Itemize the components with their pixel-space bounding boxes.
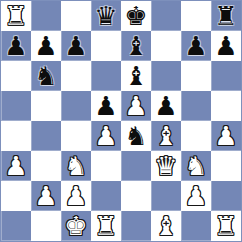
square-g5[interactable]: [181, 91, 211, 121]
square-a5[interactable]: [1, 91, 31, 121]
square-e8[interactable]: ♚: [121, 1, 151, 31]
square-h8[interactable]: ♜: [211, 1, 241, 31]
square-g8[interactable]: [181, 1, 211, 31]
black-king[interactable]: ♚: [124, 1, 147, 31]
white-pawn[interactable]: ♟: [184, 181, 207, 211]
square-b7[interactable]: ♟: [31, 31, 61, 61]
square-g2[interactable]: ♟: [181, 181, 211, 211]
black-knight[interactable]: ♞: [34, 61, 57, 91]
white-rook[interactable]: ♜: [214, 211, 237, 241]
square-f1[interactable]: ♝: [151, 211, 181, 241]
black-pawn[interactable]: ♟: [214, 31, 237, 61]
square-d4[interactable]: ♟: [91, 121, 121, 151]
chess-board-widget: ♜♛♚♜♟♟♟♝♟♟♞♝♟♟♟♟♞♝♟♟♞♛♞♟♟♟♚♜♝♜: [0, 0, 242, 242]
white-pawn[interactable]: ♟: [64, 181, 87, 211]
square-a2[interactable]: [1, 181, 31, 211]
square-f3[interactable]: ♛: [151, 151, 181, 181]
black-bishop[interactable]: ♝: [124, 61, 147, 91]
black-queen[interactable]: ♛: [94, 1, 117, 31]
square-c3[interactable]: ♞: [61, 151, 91, 181]
square-f4[interactable]: ♝: [151, 121, 181, 151]
black-pawn[interactable]: ♟: [184, 31, 207, 61]
square-h6[interactable]: [211, 61, 241, 91]
square-g4[interactable]: [181, 121, 211, 151]
black-knight[interactable]: ♞: [124, 121, 147, 151]
square-h4[interactable]: ♟: [211, 121, 241, 151]
square-a4[interactable]: [1, 121, 31, 151]
white-pawn[interactable]: ♟: [4, 151, 27, 181]
black-pawn[interactable]: ♟: [154, 91, 177, 121]
square-b6[interactable]: ♞: [31, 61, 61, 91]
square-c2[interactable]: ♟: [61, 181, 91, 211]
square-d1[interactable]: ♜: [91, 211, 121, 241]
white-pawn[interactable]: ♟: [94, 121, 117, 151]
square-h3[interactable]: [211, 151, 241, 181]
square-h5[interactable]: [211, 91, 241, 121]
square-g7[interactable]: ♟: [181, 31, 211, 61]
square-a6[interactable]: [1, 61, 31, 91]
square-d2[interactable]: [91, 181, 121, 211]
square-h1[interactable]: ♜: [211, 211, 241, 241]
square-f2[interactable]: [151, 181, 181, 211]
square-c7[interactable]: ♟: [61, 31, 91, 61]
square-c4[interactable]: [61, 121, 91, 151]
square-b3[interactable]: [31, 151, 61, 181]
white-pawn[interactable]: ♟: [34, 181, 57, 211]
white-knight[interactable]: ♞: [184, 151, 207, 181]
square-a1[interactable]: [1, 211, 31, 241]
square-e3[interactable]: [121, 151, 151, 181]
square-b5[interactable]: [31, 91, 61, 121]
square-e2[interactable]: [121, 181, 151, 211]
square-g3[interactable]: ♞: [181, 151, 211, 181]
square-g6[interactable]: [181, 61, 211, 91]
square-e6[interactable]: ♝: [121, 61, 151, 91]
white-pawn[interactable]: ♟: [124, 91, 147, 121]
black-bishop[interactable]: ♝: [124, 31, 147, 61]
square-f8[interactable]: [151, 1, 181, 31]
square-c5[interactable]: [61, 91, 91, 121]
square-d8[interactable]: ♛: [91, 1, 121, 31]
square-b4[interactable]: [31, 121, 61, 151]
white-pawn[interactable]: ♟: [214, 121, 237, 151]
square-f5[interactable]: ♟: [151, 91, 181, 121]
square-e5[interactable]: ♟: [121, 91, 151, 121]
black-pawn[interactable]: ♟: [34, 31, 57, 61]
square-f7[interactable]: [151, 31, 181, 61]
square-e7[interactable]: ♝: [121, 31, 151, 61]
white-king[interactable]: ♚: [64, 211, 87, 241]
black-rook[interactable]: ♜: [214, 1, 237, 31]
square-a7[interactable]: ♟: [1, 31, 31, 61]
white-rook[interactable]: ♜: [94, 211, 117, 241]
white-queen[interactable]: ♛: [154, 151, 177, 181]
square-b8[interactable]: [31, 1, 61, 31]
square-c8[interactable]: [61, 1, 91, 31]
square-h2[interactable]: [211, 181, 241, 211]
square-d3[interactable]: [91, 151, 121, 181]
white-rook[interactable]: ♜: [4, 1, 27, 31]
square-e4[interactable]: ♞: [121, 121, 151, 151]
square-a3[interactable]: ♟: [1, 151, 31, 181]
square-a8[interactable]: ♜: [1, 1, 31, 31]
white-bishop[interactable]: ♝: [154, 121, 177, 151]
square-g1[interactable]: [181, 211, 211, 241]
black-pawn[interactable]: ♟: [94, 91, 117, 121]
square-c1[interactable]: ♚: [61, 211, 91, 241]
square-c6[interactable]: [61, 61, 91, 91]
square-d6[interactable]: [91, 61, 121, 91]
square-b2[interactable]: ♟: [31, 181, 61, 211]
black-pawn[interactable]: ♟: [64, 31, 87, 61]
chess-board: ♜♛♚♜♟♟♟♝♟♟♞♝♟♟♟♟♞♝♟♟♞♛♞♟♟♟♚♜♝♜: [0, 0, 242, 242]
square-d7[interactable]: [91, 31, 121, 61]
square-e1[interactable]: [121, 211, 151, 241]
square-h7[interactable]: ♟: [211, 31, 241, 61]
square-b1[interactable]: [31, 211, 61, 241]
white-knight[interactable]: ♞: [64, 151, 87, 181]
black-pawn[interactable]: ♟: [4, 31, 27, 61]
white-bishop[interactable]: ♝: [154, 211, 177, 241]
square-d5[interactable]: ♟: [91, 91, 121, 121]
square-f6[interactable]: [151, 61, 181, 91]
